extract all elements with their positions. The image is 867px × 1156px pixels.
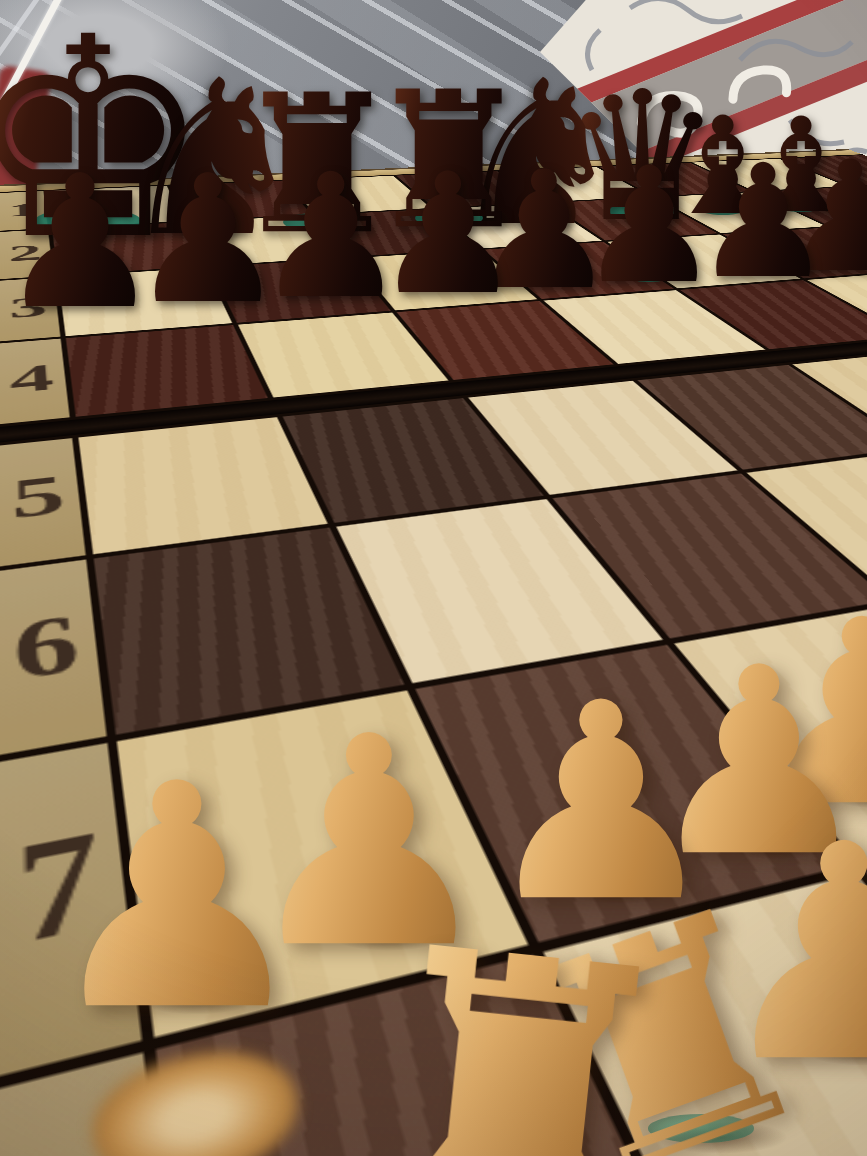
rank-label-7: 7	[0, 743, 142, 1078]
felt-base	[625, 269, 674, 282]
felt-base	[181, 287, 235, 302]
felt-base	[609, 202, 676, 220]
felt-base	[739, 263, 787, 276]
felt-base	[777, 199, 825, 212]
felt-base	[698, 201, 747, 214]
felt-base	[423, 278, 474, 292]
felt-base	[174, 213, 251, 234]
rank-label-4: 4	[0, 339, 70, 425]
felt-base	[719, 831, 798, 852]
felt-base	[35, 207, 142, 236]
felt-base	[827, 257, 867, 270]
felt-base	[519, 273, 569, 286]
felt-base	[648, 1114, 755, 1143]
felt-base	[130, 980, 225, 1005]
felt-base	[559, 874, 642, 896]
chess-set-photo: 1234567 ♚♞♜♜♞♛♝♝♟♟♟♟♟♟♟♟♟♟♟♟♟♟♜♜	[0, 0, 867, 1156]
rank-label-2: 2	[0, 229, 53, 279]
felt-base	[305, 282, 358, 296]
felt-base	[415, 209, 483, 227]
felt-base	[325, 919, 413, 943]
felt-base	[283, 213, 352, 231]
rank-label-5: 5	[0, 438, 86, 567]
rank-label-6: 6	[0, 560, 107, 756]
rank-label-3: 3	[0, 277, 60, 341]
